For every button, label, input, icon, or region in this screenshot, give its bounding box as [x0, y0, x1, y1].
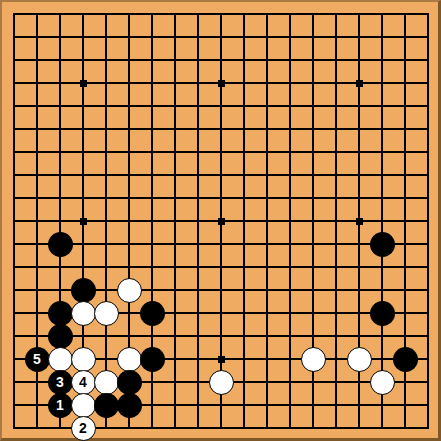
- intersection-18-17: [417, 394, 440, 417]
- intersection-14-18: [325, 417, 348, 440]
- intersection-1-15: 5: [26, 348, 49, 371]
- intersection-16-13: [371, 302, 394, 325]
- intersection-17-13: [394, 302, 417, 325]
- intersection-13-13: [302, 302, 325, 325]
- intersection-8-9: [187, 210, 210, 233]
- intersection-15-17: [348, 394, 371, 417]
- intersection-15-7: [348, 164, 371, 187]
- black-stone: [71, 278, 96, 303]
- white-stone: [71, 301, 96, 326]
- intersection-6-4: [141, 95, 164, 118]
- intersection-7-14: [164, 325, 187, 348]
- intersection-11-10: [256, 233, 279, 256]
- intersection-7-10: [164, 233, 187, 256]
- intersection-0-3: [3, 72, 26, 95]
- intersection-18-0: [417, 3, 440, 26]
- intersection-0-15: [3, 348, 26, 371]
- intersection-12-12: [279, 279, 302, 302]
- intersection-18-5: [417, 118, 440, 141]
- intersection-6-5: [141, 118, 164, 141]
- intersection-16-6: [371, 141, 394, 164]
- black-stone: [393, 347, 418, 372]
- intersection-13-10: [302, 233, 325, 256]
- intersection-2-16: 3: [49, 371, 72, 394]
- intersection-9-18: [210, 417, 233, 440]
- white-stone: [71, 393, 96, 418]
- intersection-7-17: [164, 394, 187, 417]
- black-stone: 5: [25, 347, 50, 372]
- intersection-13-4: [302, 95, 325, 118]
- intersection-6-6: [141, 141, 164, 164]
- intersection-17-0: [394, 3, 417, 26]
- intersection-8-11: [187, 256, 210, 279]
- intersection-4-9: [95, 210, 118, 233]
- intersection-13-7: [302, 164, 325, 187]
- intersection-11-16: [256, 371, 279, 394]
- intersection-4-13: [95, 302, 118, 325]
- intersection-0-0: [3, 3, 26, 26]
- intersection-8-3: [187, 72, 210, 95]
- black-stone: [117, 393, 142, 418]
- white-stone: [301, 347, 326, 372]
- intersection-13-8: [302, 187, 325, 210]
- intersection-12-14: [279, 325, 302, 348]
- black-stone: [370, 232, 395, 257]
- intersection-11-6: [256, 141, 279, 164]
- intersection-10-15: [233, 348, 256, 371]
- intersection-2-1: [49, 26, 72, 49]
- intersection-16-14: [371, 325, 394, 348]
- intersection-1-1: [26, 26, 49, 49]
- black-stone: [48, 324, 73, 349]
- intersection-5-11: [118, 256, 141, 279]
- intersection-7-15: [164, 348, 187, 371]
- intersection-7-9: [164, 210, 187, 233]
- intersection-1-8: [26, 187, 49, 210]
- intersection-3-13: [72, 302, 95, 325]
- intersection-8-5: [187, 118, 210, 141]
- intersection-13-9: [302, 210, 325, 233]
- intersection-4-17: [95, 394, 118, 417]
- star-point: [356, 218, 363, 225]
- intersection-16-5: [371, 118, 394, 141]
- intersection-10-10: [233, 233, 256, 256]
- intersection-17-8: [394, 187, 417, 210]
- intersection-8-14: [187, 325, 210, 348]
- white-stone: [94, 301, 119, 326]
- intersection-15-3: [348, 72, 371, 95]
- intersection-12-1: [279, 26, 302, 49]
- intersection-16-9: [371, 210, 394, 233]
- intersection-18-2: [417, 49, 440, 72]
- black-stone: 3: [48, 370, 73, 395]
- intersection-16-17: [371, 394, 394, 417]
- intersection-13-1: [302, 26, 325, 49]
- intersection-6-16: [141, 371, 164, 394]
- intersection-1-5: [26, 118, 49, 141]
- intersection-6-7: [141, 164, 164, 187]
- white-stone: 2: [71, 416, 96, 441]
- intersection-4-15: [95, 348, 118, 371]
- intersection-17-16: [394, 371, 417, 394]
- intersection-9-13: [210, 302, 233, 325]
- intersection-0-18: [3, 417, 26, 440]
- intersection-8-17: [187, 394, 210, 417]
- intersection-2-8: [49, 187, 72, 210]
- intersection-3-18: 2: [72, 417, 95, 440]
- intersection-12-6: [279, 141, 302, 164]
- intersection-18-13: [417, 302, 440, 325]
- intersection-7-5: [164, 118, 187, 141]
- intersection-17-15: [394, 348, 417, 371]
- intersection-10-9: [233, 210, 256, 233]
- intersection-1-0: [26, 3, 49, 26]
- intersection-6-9: [141, 210, 164, 233]
- intersection-4-5: [95, 118, 118, 141]
- move-number: 3: [56, 375, 64, 389]
- white-stone: [370, 370, 395, 395]
- intersection-3-11: [72, 256, 95, 279]
- intersection-15-8: [348, 187, 371, 210]
- intersection-3-16: 4: [72, 371, 95, 394]
- intersection-3-6: [72, 141, 95, 164]
- intersection-7-13: [164, 302, 187, 325]
- intersection-14-12: [325, 279, 348, 302]
- intersection-18-3: [417, 72, 440, 95]
- intersection-3-1: [72, 26, 95, 49]
- intersection-14-14: [325, 325, 348, 348]
- intersection-1-11: [26, 256, 49, 279]
- intersection-17-1: [394, 26, 417, 49]
- intersection-18-12: [417, 279, 440, 302]
- intersection-9-10: [210, 233, 233, 256]
- intersection-16-18: [371, 417, 394, 440]
- intersection-14-13: [325, 302, 348, 325]
- intersection-11-4: [256, 95, 279, 118]
- intersection-16-16: [371, 371, 394, 394]
- intersection-13-6: [302, 141, 325, 164]
- intersection-8-1: [187, 26, 210, 49]
- intersection-18-1: [417, 26, 440, 49]
- intersection-3-14: [72, 325, 95, 348]
- star-point: [80, 80, 87, 87]
- intersection-2-0: [49, 3, 72, 26]
- white-stone: [48, 347, 73, 372]
- intersection-2-4: [49, 95, 72, 118]
- intersection-12-4: [279, 95, 302, 118]
- intersection-3-0: [72, 3, 95, 26]
- intersection-13-5: [302, 118, 325, 141]
- intersection-10-11: [233, 256, 256, 279]
- intersection-16-15: [371, 348, 394, 371]
- intersection-4-18: [95, 417, 118, 440]
- intersection-17-14: [394, 325, 417, 348]
- intersection-3-10: [72, 233, 95, 256]
- intersection-3-8: [72, 187, 95, 210]
- intersection-6-15: [141, 348, 164, 371]
- intersection-18-6: [417, 141, 440, 164]
- intersection-17-3: [394, 72, 417, 95]
- intersection-8-4: [187, 95, 210, 118]
- intersection-0-16: [3, 371, 26, 394]
- intersection-15-10: [348, 233, 371, 256]
- intersection-12-7: [279, 164, 302, 187]
- intersection-1-14: [26, 325, 49, 348]
- intersection-12-17: [279, 394, 302, 417]
- intersection-6-10: [141, 233, 164, 256]
- intersection-18-18: [417, 417, 440, 440]
- intersection-18-9: [417, 210, 440, 233]
- intersection-9-3: [210, 72, 233, 95]
- intersection-5-0: [118, 3, 141, 26]
- intersection-0-7: [3, 164, 26, 187]
- intersection-15-15: [348, 348, 371, 371]
- intersection-4-12: [95, 279, 118, 302]
- intersection-10-1: [233, 26, 256, 49]
- intersection-0-8: [3, 187, 26, 210]
- intersection-1-10: [26, 233, 49, 256]
- intersection-8-13: [187, 302, 210, 325]
- white-stone: [117, 278, 142, 303]
- intersection-12-2: [279, 49, 302, 72]
- intersection-10-14: [233, 325, 256, 348]
- intersection-18-8: [417, 187, 440, 210]
- intersection-16-1: [371, 26, 394, 49]
- intersection-11-9: [256, 210, 279, 233]
- intersection-16-10: [371, 233, 394, 256]
- intersection-14-1: [325, 26, 348, 49]
- intersection-4-14: [95, 325, 118, 348]
- intersection-0-2: [3, 49, 26, 72]
- intersection-18-11: [417, 256, 440, 279]
- move-number: 4: [79, 375, 87, 389]
- intersection-16-4: [371, 95, 394, 118]
- intersection-2-18: [49, 417, 72, 440]
- intersection-3-15: [72, 348, 95, 371]
- intersection-13-0: [302, 3, 325, 26]
- intersection-9-1: [210, 26, 233, 49]
- intersection-5-17: [118, 394, 141, 417]
- star-point: [218, 218, 225, 225]
- intersection-7-2: [164, 49, 187, 72]
- intersection-5-10: [118, 233, 141, 256]
- intersection-17-9: [394, 210, 417, 233]
- star-point: [356, 80, 363, 87]
- intersection-2-5: [49, 118, 72, 141]
- intersection-2-13: [49, 302, 72, 325]
- star-point: [80, 218, 87, 225]
- intersection-11-2: [256, 49, 279, 72]
- intersection-2-2: [49, 49, 72, 72]
- intersection-1-4: [26, 95, 49, 118]
- intersection-5-7: [118, 164, 141, 187]
- intersection-1-18: [26, 417, 49, 440]
- intersection-6-2: [141, 49, 164, 72]
- intersection-15-0: [348, 3, 371, 26]
- intersection-4-11: [95, 256, 118, 279]
- intersection-11-11: [256, 256, 279, 279]
- intersection-14-16: [325, 371, 348, 394]
- intersection-11-3: [256, 72, 279, 95]
- intersection-11-8: [256, 187, 279, 210]
- intersection-2-15: [49, 348, 72, 371]
- intersection-11-1: [256, 26, 279, 49]
- intersection-12-15: [279, 348, 302, 371]
- intersection-0-13: [3, 302, 26, 325]
- intersection-17-18: [394, 417, 417, 440]
- intersection-2-6: [49, 141, 72, 164]
- board-grid: 53412: [3, 3, 440, 440]
- intersection-5-6: [118, 141, 141, 164]
- intersection-11-18: [256, 417, 279, 440]
- intersection-7-8: [164, 187, 187, 210]
- intersection-18-10: [417, 233, 440, 256]
- intersection-15-14: [348, 325, 371, 348]
- intersection-8-6: [187, 141, 210, 164]
- intersection-9-17: [210, 394, 233, 417]
- intersection-9-12: [210, 279, 233, 302]
- intersection-17-10: [394, 233, 417, 256]
- intersection-12-13: [279, 302, 302, 325]
- intersection-17-11: [394, 256, 417, 279]
- white-stone: [209, 370, 234, 395]
- white-stone: [347, 347, 372, 372]
- intersection-17-17: [394, 394, 417, 417]
- intersection-14-2: [325, 49, 348, 72]
- intersection-17-7: [394, 164, 417, 187]
- star-point: [218, 356, 225, 363]
- intersection-10-6: [233, 141, 256, 164]
- intersection-2-11: [49, 256, 72, 279]
- intersection-0-17: [3, 394, 26, 417]
- intersection-7-11: [164, 256, 187, 279]
- intersection-9-9: [210, 210, 233, 233]
- intersection-0-5: [3, 118, 26, 141]
- intersection-16-8: [371, 187, 394, 210]
- intersection-0-12: [3, 279, 26, 302]
- intersection-14-4: [325, 95, 348, 118]
- intersection-12-18: [279, 417, 302, 440]
- intersection-11-13: [256, 302, 279, 325]
- intersection-1-3: [26, 72, 49, 95]
- intersection-8-16: [187, 371, 210, 394]
- intersection-5-8: [118, 187, 141, 210]
- intersection-8-2: [187, 49, 210, 72]
- intersection-4-0: [95, 3, 118, 26]
- intersection-16-11: [371, 256, 394, 279]
- intersection-2-14: [49, 325, 72, 348]
- intersection-11-17: [256, 394, 279, 417]
- intersection-12-9: [279, 210, 302, 233]
- intersection-3-4: [72, 95, 95, 118]
- intersection-6-8: [141, 187, 164, 210]
- intersection-6-3: [141, 72, 164, 95]
- intersection-11-7: [256, 164, 279, 187]
- intersection-16-7: [371, 164, 394, 187]
- intersection-11-0: [256, 3, 279, 26]
- intersection-17-4: [394, 95, 417, 118]
- intersection-13-2: [302, 49, 325, 72]
- intersection-11-14: [256, 325, 279, 348]
- intersection-4-1: [95, 26, 118, 49]
- intersection-0-4: [3, 95, 26, 118]
- intersection-17-5: [394, 118, 417, 141]
- white-stone: [94, 370, 119, 395]
- intersection-15-5: [348, 118, 371, 141]
- intersection-9-15: [210, 348, 233, 371]
- intersection-6-17: [141, 394, 164, 417]
- intersection-6-13: [141, 302, 164, 325]
- intersection-18-4: [417, 95, 440, 118]
- intersection-8-8: [187, 187, 210, 210]
- intersection-3-12: [72, 279, 95, 302]
- intersection-3-17: [72, 394, 95, 417]
- intersection-14-8: [325, 187, 348, 210]
- intersection-17-6: [394, 141, 417, 164]
- intersection-15-9: [348, 210, 371, 233]
- intersection-5-15: [118, 348, 141, 371]
- intersection-17-12: [394, 279, 417, 302]
- intersection-13-14: [302, 325, 325, 348]
- intersection-13-17: [302, 394, 325, 417]
- intersection-0-9: [3, 210, 26, 233]
- intersection-7-6: [164, 141, 187, 164]
- intersection-0-14: [3, 325, 26, 348]
- intersection-16-0: [371, 3, 394, 26]
- white-stone: 4: [71, 370, 96, 395]
- intersection-7-3: [164, 72, 187, 95]
- black-stone: [140, 301, 165, 326]
- intersection-2-10: [49, 233, 72, 256]
- black-stone: [48, 232, 73, 257]
- move-number: 1: [56, 398, 64, 412]
- intersection-14-3: [325, 72, 348, 95]
- intersection-1-12: [26, 279, 49, 302]
- intersection-14-17: [325, 394, 348, 417]
- intersection-5-12: [118, 279, 141, 302]
- intersection-1-16: [26, 371, 49, 394]
- intersection-10-3: [233, 72, 256, 95]
- move-number: 5: [33, 352, 41, 366]
- intersection-11-12: [256, 279, 279, 302]
- intersection-15-4: [348, 95, 371, 118]
- intersection-9-6: [210, 141, 233, 164]
- intersection-9-7: [210, 164, 233, 187]
- intersection-7-0: [164, 3, 187, 26]
- intersection-13-11: [302, 256, 325, 279]
- intersection-8-10: [187, 233, 210, 256]
- intersection-1-6: [26, 141, 49, 164]
- intersection-10-13: [233, 302, 256, 325]
- move-number: 2: [79, 421, 87, 435]
- intersection-6-0: [141, 3, 164, 26]
- intersection-4-4: [95, 95, 118, 118]
- intersection-18-15: [417, 348, 440, 371]
- intersection-8-15: [187, 348, 210, 371]
- intersection-10-7: [233, 164, 256, 187]
- intersection-4-16: [95, 371, 118, 394]
- intersection-4-7: [95, 164, 118, 187]
- intersection-14-6: [325, 141, 348, 164]
- intersection-13-3: [302, 72, 325, 95]
- intersection-7-4: [164, 95, 187, 118]
- intersection-4-8: [95, 187, 118, 210]
- intersection-11-15: [256, 348, 279, 371]
- intersection-5-9: [118, 210, 141, 233]
- intersection-8-7: [187, 164, 210, 187]
- intersection-5-13: [118, 302, 141, 325]
- intersection-12-0: [279, 3, 302, 26]
